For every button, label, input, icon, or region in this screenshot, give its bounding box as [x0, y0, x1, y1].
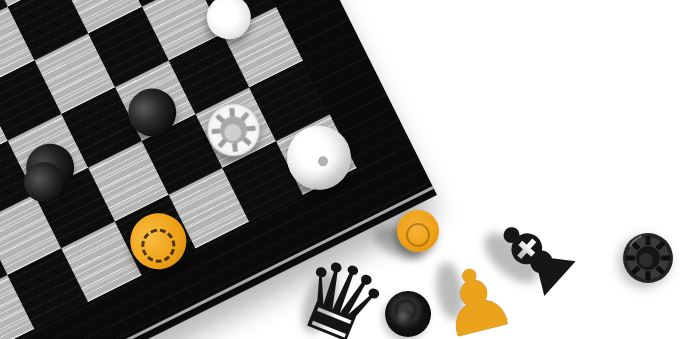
- queen-crown-ring: [136, 223, 182, 269]
- chess-illustration: ♛ ♟ ♝: [0, 0, 696, 339]
- rook-top-view-icon: [622, 232, 674, 284]
- black-rook-off-board[interactable]: [622, 232, 674, 284]
- pawn-highlight: [406, 223, 430, 247]
- pawn-head-ball: [396, 310, 413, 327]
- black-pawn-off-board[interactable]: [385, 291, 431, 337]
- yellow-pawn-at-corner[interactable]: [397, 210, 439, 252]
- bishop-finial: [316, 155, 329, 168]
